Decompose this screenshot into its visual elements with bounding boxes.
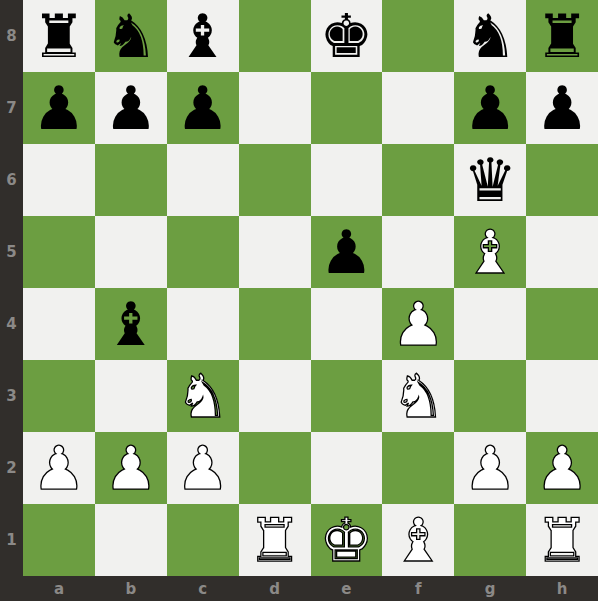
piece-white-rook[interactable]: ♜︎ (535, 510, 589, 570)
square-e3[interactable] (311, 360, 383, 432)
square-h1[interactable]: ♜︎ (526, 504, 598, 576)
piece-white-pawn[interactable]: ♟︎ (32, 438, 86, 498)
square-f4[interactable]: ♟︎ (382, 288, 454, 360)
piece-black-bishop[interactable]: ♝︎ (176, 6, 230, 66)
square-d8[interactable] (239, 0, 311, 72)
square-e5[interactable]: ♟︎ (311, 216, 383, 288)
square-c6[interactable] (167, 144, 239, 216)
square-c1[interactable] (167, 504, 239, 576)
rank-label-5: 5 (0, 216, 23, 288)
square-h6[interactable] (526, 144, 598, 216)
square-f3[interactable]: ♞︎ (382, 360, 454, 432)
file-label-a: a (23, 576, 95, 601)
rank-label-3: 3 (0, 360, 23, 432)
file-label-g: g (454, 576, 526, 601)
rank-label-1: 1 (0, 504, 23, 576)
square-a5[interactable] (23, 216, 95, 288)
piece-black-pawn[interactable]: ♟︎ (463, 78, 517, 138)
piece-black-bishop[interactable]: ♝︎ (104, 294, 158, 354)
piece-black-pawn[interactable]: ♟︎ (320, 222, 374, 282)
square-f1[interactable]: ♝︎ (382, 504, 454, 576)
square-f6[interactable] (382, 144, 454, 216)
square-d2[interactable] (239, 432, 311, 504)
square-c4[interactable] (167, 288, 239, 360)
piece-black-knight[interactable]: ♞︎ (104, 6, 158, 66)
square-g8[interactable]: ♞︎ (454, 0, 526, 72)
square-f2[interactable] (382, 432, 454, 504)
square-a4[interactable] (23, 288, 95, 360)
square-f8[interactable] (382, 0, 454, 72)
chess-board-app: 87654321 ♜︎♞︎♝︎♚︎♞︎♜︎♟︎♟︎♟︎♟︎♟︎♛︎♟︎♝︎♝︎♟… (0, 0, 598, 601)
file-label-f: f (382, 576, 454, 601)
square-f7[interactable] (382, 72, 454, 144)
square-g3[interactable] (454, 360, 526, 432)
square-a7[interactable]: ♟︎ (23, 72, 95, 144)
piece-white-bishop[interactable]: ♝︎ (463, 222, 517, 282)
square-a3[interactable] (23, 360, 95, 432)
rank-label-6: 6 (0, 144, 23, 216)
piece-white-rook[interactable]: ♜︎ (248, 510, 302, 570)
piece-black-king[interactable]: ♚︎ (320, 6, 374, 66)
square-b7[interactable]: ♟︎ (95, 72, 167, 144)
square-e8[interactable]: ♚︎ (311, 0, 383, 72)
square-g4[interactable] (454, 288, 526, 360)
square-b3[interactable] (95, 360, 167, 432)
square-a6[interactable] (23, 144, 95, 216)
piece-black-queen[interactable]: ♛︎ (463, 150, 517, 210)
square-d7[interactable] (239, 72, 311, 144)
square-g2[interactable]: ♟︎ (454, 432, 526, 504)
piece-black-pawn[interactable]: ♟︎ (535, 78, 589, 138)
piece-black-pawn[interactable]: ♟︎ (176, 78, 230, 138)
square-h3[interactable] (526, 360, 598, 432)
file-labels: abcdefgh (23, 576, 598, 601)
square-c7[interactable]: ♟︎ (167, 72, 239, 144)
square-h4[interactable] (526, 288, 598, 360)
square-h5[interactable] (526, 216, 598, 288)
square-a8[interactable]: ♜︎ (23, 0, 95, 72)
square-h2[interactable]: ♟︎ (526, 432, 598, 504)
square-e7[interactable] (311, 72, 383, 144)
square-h7[interactable]: ♟︎ (526, 72, 598, 144)
square-b5[interactable] (95, 216, 167, 288)
piece-black-rook[interactable]: ♜︎ (32, 6, 86, 66)
square-b1[interactable] (95, 504, 167, 576)
square-g7[interactable]: ♟︎ (454, 72, 526, 144)
square-a1[interactable] (23, 504, 95, 576)
square-b6[interactable] (95, 144, 167, 216)
piece-white-knight[interactable]: ♞︎ (176, 366, 230, 426)
file-label-e: e (311, 576, 383, 601)
piece-white-bishop[interactable]: ♝︎ (391, 510, 445, 570)
square-g5[interactable]: ♝︎ (454, 216, 526, 288)
piece-white-pawn[interactable]: ♟︎ (391, 294, 445, 354)
rank-label-2: 2 (0, 432, 23, 504)
piece-black-rook[interactable]: ♜︎ (535, 6, 589, 66)
piece-white-king[interactable]: ♚︎ (320, 510, 374, 570)
square-b2[interactable]: ♟︎ (95, 432, 167, 504)
square-e2[interactable] (311, 432, 383, 504)
piece-white-pawn[interactable]: ♟︎ (535, 438, 589, 498)
piece-white-knight[interactable]: ♞︎ (391, 366, 445, 426)
square-c2[interactable]: ♟︎ (167, 432, 239, 504)
rank-label-7: 7 (0, 72, 23, 144)
file-label-d: d (239, 576, 311, 601)
piece-black-knight[interactable]: ♞︎ (463, 6, 517, 66)
square-h8[interactable]: ♜︎ (526, 0, 598, 72)
square-g1[interactable] (454, 504, 526, 576)
chess-board: ♜︎♞︎♝︎♚︎♞︎♜︎♟︎♟︎♟︎♟︎♟︎♛︎♟︎♝︎♝︎♟︎♞︎♞︎♟︎♟︎… (23, 0, 598, 576)
rank-label-8: 8 (0, 0, 23, 72)
square-f5[interactable] (382, 216, 454, 288)
square-d4[interactable] (239, 288, 311, 360)
square-a2[interactable]: ♟︎ (23, 432, 95, 504)
rank-labels: 87654321 (0, 0, 23, 576)
square-c3[interactable]: ♞︎ (167, 360, 239, 432)
piece-white-pawn[interactable]: ♟︎ (176, 438, 230, 498)
square-d5[interactable] (239, 216, 311, 288)
piece-white-pawn[interactable]: ♟︎ (104, 438, 158, 498)
piece-white-pawn[interactable]: ♟︎ (463, 438, 517, 498)
square-d6[interactable] (239, 144, 311, 216)
square-c8[interactable]: ♝︎ (167, 0, 239, 72)
file-label-c: c (167, 576, 239, 601)
piece-black-pawn[interactable]: ♟︎ (32, 78, 86, 138)
rank-label-4: 4 (0, 288, 23, 360)
square-g6[interactable]: ♛︎ (454, 144, 526, 216)
square-e4[interactable] (311, 288, 383, 360)
file-label-b: b (95, 576, 167, 601)
square-e6[interactable] (311, 144, 383, 216)
square-c5[interactable] (167, 216, 239, 288)
piece-black-pawn[interactable]: ♟︎ (104, 78, 158, 138)
square-d3[interactable] (239, 360, 311, 432)
file-label-h: h (526, 576, 598, 601)
square-b8[interactable]: ♞︎ (95, 0, 167, 72)
square-d1[interactable]: ♜︎ (239, 504, 311, 576)
square-e1[interactable]: ♚︎ (311, 504, 383, 576)
square-b4[interactable]: ♝︎ (95, 288, 167, 360)
